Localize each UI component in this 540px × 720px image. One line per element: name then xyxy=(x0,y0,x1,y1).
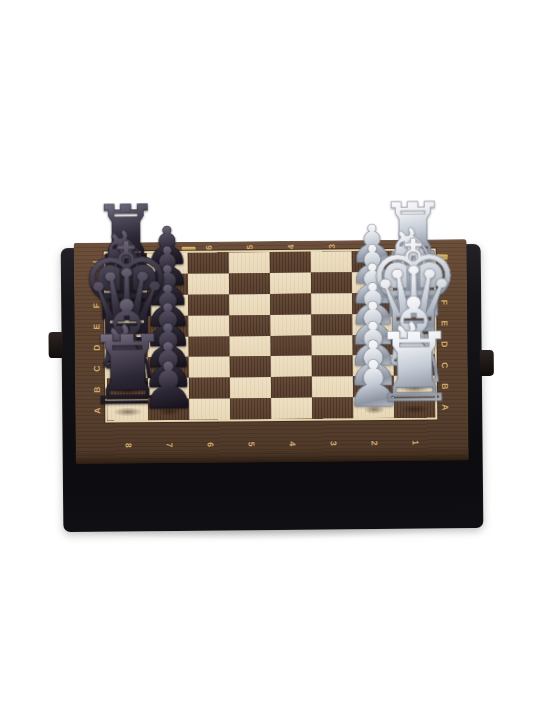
square-f5[interactable] xyxy=(229,294,270,315)
square-g6[interactable] xyxy=(188,273,229,294)
square-e5[interactable] xyxy=(229,315,270,336)
square-h3[interactable] xyxy=(311,251,352,272)
rank-label-front-7: 7 xyxy=(163,437,175,453)
drawer-tab-right-icon xyxy=(480,350,494,376)
square-b4[interactable] xyxy=(271,377,312,398)
rank-label-front-6: 6 xyxy=(204,437,216,453)
square-c5[interactable] xyxy=(230,356,271,377)
rank-label-front-1: 1 xyxy=(409,435,421,451)
drawer-tab-left-icon xyxy=(48,332,62,358)
rank-label-front-3: 3 xyxy=(327,435,339,451)
square-b5[interactable] xyxy=(230,377,271,398)
rank-label-front-8: 8 xyxy=(122,437,134,453)
square-d4[interactable] xyxy=(271,335,312,356)
chessboard: ♜♟♟♜♞♟♟♞♝♟♟♝♚♟♟♚♛♟♟♛♝♟♟♝♞♟♟♞♜♟♟♜ xyxy=(106,250,436,420)
square-a1[interactable]: ♜ xyxy=(394,397,435,418)
square-h4[interactable] xyxy=(270,252,311,273)
square-c4[interactable] xyxy=(271,356,312,377)
rank-label-front-5: 5 xyxy=(245,436,257,452)
square-a4[interactable] xyxy=(271,398,312,419)
rank-label-front-2: 2 xyxy=(368,435,380,451)
product-photo: HHGGFFEEDDCCBBAA8877665544332211 ♜♟♟♜♞♟♟… xyxy=(0,0,540,720)
square-h6[interactable] xyxy=(188,252,229,273)
square-g4[interactable] xyxy=(270,272,311,293)
square-e4[interactable] xyxy=(270,314,311,335)
square-d5[interactable] xyxy=(230,336,271,357)
rank-label-front-4: 4 xyxy=(286,436,298,452)
square-a6[interactable] xyxy=(189,399,230,420)
square-g5[interactable] xyxy=(229,273,270,294)
piece-white-rook-a1[interactable]: ♜ xyxy=(371,320,457,416)
square-h5[interactable] xyxy=(229,252,270,273)
board-lid: HHGGFFEEDDCCBBAA8877665544332211 ♜♟♟♜♞♟♟… xyxy=(74,239,469,464)
square-a5[interactable] xyxy=(230,398,271,419)
square-f4[interactable] xyxy=(270,293,311,314)
square-a7[interactable]: ♟ xyxy=(148,399,189,420)
chess-set: HHGGFFEEDDCCBBAA8877665544332211 ♜♟♟♜♞♟♟… xyxy=(0,0,540,720)
